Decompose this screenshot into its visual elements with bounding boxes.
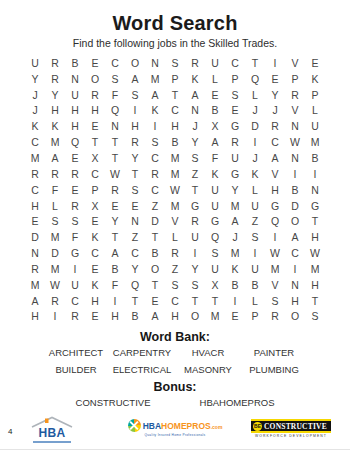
grid-letter[interactable]: R bbox=[105, 182, 125, 198]
grid-letter[interactable]: T bbox=[305, 293, 325, 309]
grid-letter[interactable]: K bbox=[25, 118, 45, 134]
grid-letter[interactable]: N bbox=[125, 213, 145, 229]
grid-letter[interactable]: B bbox=[225, 277, 245, 293]
grid-letter[interactable]: U bbox=[205, 198, 225, 214]
grid-letter[interactable]: U bbox=[25, 55, 45, 71]
grid-letter[interactable]: I bbox=[45, 309, 65, 325]
hbahomepros-text-hba: HBA bbox=[143, 421, 161, 431]
grid-letter[interactable]: R bbox=[45, 166, 65, 182]
grid-letter[interactable]: Z bbox=[125, 229, 145, 245]
grid-letter[interactable]: T bbox=[85, 134, 105, 150]
grid-letter[interactable]: U bbox=[225, 150, 245, 166]
word-bank-word: ARCHITECT bbox=[43, 347, 109, 358]
grid-letter[interactable]: B bbox=[105, 261, 125, 277]
grid-letter[interactable]: M bbox=[45, 134, 65, 150]
hbahomepros-logo: HBAHOMEPROS.com Quality Insured Home Pro… bbox=[127, 419, 223, 437]
grid-letter[interactable]: H bbox=[305, 277, 325, 293]
grid-letter[interactable]: L bbox=[205, 71, 225, 87]
grid-letter[interactable]: C bbox=[165, 103, 185, 119]
grid-letter[interactable]: E bbox=[205, 87, 225, 103]
grid-letter[interactable]: C bbox=[145, 150, 165, 166]
grid-letter[interactable]: B bbox=[285, 182, 305, 198]
beconstructive-subtext: WORKFORCE DEVELOPMENT bbox=[251, 434, 331, 438]
grid-letter[interactable]: U bbox=[65, 87, 85, 103]
grid-letter[interactable]: T bbox=[105, 229, 125, 245]
grid-letter[interactable]: M bbox=[145, 71, 165, 87]
grid-letter[interactable]: O bbox=[145, 261, 165, 277]
grid-letter[interactable]: M bbox=[45, 261, 65, 277]
grid-letter[interactable]: M bbox=[265, 261, 285, 277]
grid-letter[interactable]: R bbox=[165, 245, 185, 261]
grid-letter[interactable]: L bbox=[245, 293, 265, 309]
grid-letter[interactable]: C bbox=[65, 293, 85, 309]
grid-letter[interactable]: X bbox=[85, 198, 105, 214]
grid-letter[interactable]: J bbox=[245, 103, 265, 119]
grid-letter[interactable]: D bbox=[145, 213, 165, 229]
grid-letter[interactable]: L bbox=[45, 198, 65, 214]
grid-letter[interactable]: Z bbox=[245, 213, 265, 229]
grid-letter[interactable]: M bbox=[45, 229, 65, 245]
hbahomepros-text-com: .com bbox=[211, 424, 223, 430]
grid-letter[interactable]: W bbox=[45, 277, 65, 293]
grid-letter[interactable]: S bbox=[185, 277, 205, 293]
grid-letter[interactable]: C bbox=[125, 245, 145, 261]
grid-letter[interactable]: T bbox=[245, 55, 265, 71]
word-bank-word: CARPENTRY bbox=[109, 347, 175, 358]
grid-letter[interactable]: L bbox=[165, 229, 185, 245]
grid-letter[interactable]: R bbox=[85, 87, 105, 103]
grid-letter[interactable]: E bbox=[305, 55, 325, 71]
grid-letter[interactable]: O bbox=[125, 55, 145, 71]
word-bank-word: BUILDER bbox=[43, 364, 109, 375]
grid-letter[interactable]: R bbox=[285, 87, 305, 103]
grid-letter[interactable]: Q bbox=[105, 103, 125, 119]
grid-letter[interactable]: P bbox=[85, 182, 105, 198]
grid-letter[interactable]: K bbox=[225, 261, 245, 277]
grid-letter[interactable]: E bbox=[125, 198, 145, 214]
grid-letter[interactable]: Q bbox=[65, 134, 85, 150]
word-bank-heading: Word Bank: bbox=[0, 330, 350, 344]
grid-letter[interactable]: S bbox=[185, 150, 205, 166]
grid-letter[interactable]: Y bbox=[185, 134, 205, 150]
grid-letter[interactable]: E bbox=[225, 103, 245, 119]
grid-letter[interactable]: R bbox=[65, 309, 85, 325]
grid-letter[interactable]: B bbox=[205, 103, 225, 119]
grid-letter[interactable]: T bbox=[205, 293, 225, 309]
grid-letter[interactable]: Q bbox=[125, 277, 145, 293]
grid-letter[interactable]: J bbox=[245, 150, 265, 166]
word-bank-word: MASONRY bbox=[175, 364, 241, 375]
grid-letter[interactable]: R bbox=[25, 261, 45, 277]
grid-letter[interactable]: R bbox=[265, 118, 285, 134]
grid-letter[interactable]: T bbox=[305, 213, 325, 229]
grid-letter[interactable]: V bbox=[285, 55, 305, 71]
grid-letter[interactable]: I bbox=[285, 261, 305, 277]
grid-letter[interactable]: G bbox=[185, 198, 205, 214]
grid-letter[interactable]: P bbox=[245, 309, 265, 325]
grid-letter[interactable]: Y bbox=[45, 87, 65, 103]
grid-letter[interactable]: R bbox=[65, 198, 85, 214]
grid-letter[interactable]: H bbox=[265, 182, 285, 198]
grid-letter[interactable]: Y bbox=[25, 71, 45, 87]
grid-letter[interactable]: M bbox=[205, 309, 225, 325]
grid-letter[interactable]: P bbox=[285, 71, 305, 87]
grid-letter[interactable]: E bbox=[145, 293, 165, 309]
grid-letter[interactable]: N bbox=[285, 277, 305, 293]
grid-letter[interactable]: A bbox=[105, 245, 125, 261]
grid-letter[interactable]: J bbox=[25, 103, 45, 119]
grid-letter[interactable]: I bbox=[65, 261, 85, 277]
grid-letter[interactable]: C bbox=[85, 245, 105, 261]
grid-letter[interactable]: S bbox=[225, 87, 245, 103]
grid-letter[interactable]: C bbox=[285, 245, 305, 261]
grid-letter[interactable]: B bbox=[65, 55, 85, 71]
grid-letter[interactable]: I bbox=[125, 103, 145, 119]
hbahomepros-text-homepros: HOMEPROS bbox=[161, 421, 211, 431]
grid-letter[interactable]: X bbox=[205, 277, 225, 293]
grid-letter[interactable]: K bbox=[85, 277, 105, 293]
grid-letter[interactable]: A bbox=[265, 150, 285, 166]
word-bank-list: ARCHITECTCARPENTRYHVACRPAINTERBUILDERELE… bbox=[0, 347, 350, 375]
grid-letter[interactable]: I bbox=[265, 55, 285, 71]
grid-letter[interactable]: E bbox=[225, 309, 245, 325]
word-bank-word: PLUMBING bbox=[241, 364, 307, 375]
grid-letter[interactable]: K bbox=[45, 118, 65, 134]
grid-letter[interactable]: D bbox=[45, 245, 65, 261]
grid-letter[interactable]: I bbox=[145, 118, 165, 134]
grid-letter[interactable]: A bbox=[205, 134, 225, 150]
grid-letter[interactable]: X bbox=[85, 150, 105, 166]
grid-letter[interactable]: Z bbox=[165, 261, 185, 277]
grid-letter[interactable]: H bbox=[165, 309, 185, 325]
grid-letter[interactable]: G bbox=[225, 166, 245, 182]
grid-letter[interactable]: U bbox=[245, 261, 265, 277]
page-number: 4 bbox=[8, 427, 12, 436]
grid-letter[interactable]: C bbox=[225, 55, 245, 71]
grid-letter[interactable]: H bbox=[125, 118, 145, 134]
grid-letter[interactable]: X bbox=[205, 118, 225, 134]
grid-letter[interactable]: R bbox=[45, 293, 65, 309]
grid-letter[interactable]: I bbox=[285, 166, 305, 182]
grid-letter[interactable]: T bbox=[125, 166, 145, 182]
beconstructive-text: CONSTRUCTIVE bbox=[264, 422, 327, 431]
grid-letter[interactable]: I bbox=[105, 293, 125, 309]
be-badge-icon: BE bbox=[253, 422, 262, 431]
grid-letter[interactable]: E bbox=[85, 55, 105, 71]
grid-letter[interactable]: Y bbox=[125, 261, 145, 277]
grid-letter[interactable]: A bbox=[225, 213, 245, 229]
grid-letter[interactable]: Y bbox=[185, 261, 205, 277]
grid-letter[interactable]: I bbox=[225, 293, 245, 309]
grid-letter[interactable]: H bbox=[85, 293, 105, 309]
grid-letter[interactable]: T bbox=[185, 293, 205, 309]
grid-letter[interactable]: E bbox=[65, 182, 85, 198]
grid-letter[interactable]: S bbox=[145, 134, 165, 150]
grid-letter[interactable]: K bbox=[205, 166, 225, 182]
grid-letter[interactable]: R bbox=[185, 55, 205, 71]
grid-letter[interactable]: N bbox=[145, 55, 165, 71]
grid-letter[interactable]: A bbox=[125, 71, 145, 87]
hbahomepros-tagline: Quality Insured Home Professionals bbox=[127, 433, 223, 437]
grid-letter[interactable]: J bbox=[225, 229, 245, 245]
grid-letter[interactable]: A bbox=[25, 293, 45, 309]
grid-letter[interactable]: H bbox=[305, 229, 325, 245]
grid-letter[interactable]: C bbox=[105, 55, 125, 71]
hba-logo-tagline-bar bbox=[33, 441, 71, 444]
grid-letter[interactable]: Q bbox=[265, 213, 285, 229]
grid-letter[interactable]: H bbox=[65, 118, 85, 134]
bonus-word-list: CONSTRUCTIVEHBAHOMEPROS bbox=[0, 397, 350, 408]
grid-letter[interactable]: E bbox=[85, 213, 105, 229]
grid-letter[interactable]: U bbox=[185, 229, 205, 245]
grid-letter[interactable]: C bbox=[25, 182, 45, 198]
beconstructive-bar: BE CONSTRUCTIVE bbox=[251, 419, 331, 433]
grid-letter[interactable]: H bbox=[45, 103, 65, 119]
hba-logo-text: HBA bbox=[30, 428, 74, 439]
grid-letter[interactable]: N bbox=[25, 245, 45, 261]
grid-letter[interactable]: M bbox=[165, 166, 185, 182]
grid-letter[interactable]: T bbox=[105, 134, 125, 150]
grid-letter[interactable]: W bbox=[285, 134, 305, 150]
grid-letter[interactable]: M bbox=[25, 150, 45, 166]
grid-letter[interactable]: V bbox=[265, 166, 285, 182]
grid-letter[interactable]: E bbox=[85, 118, 105, 134]
grid-letter[interactable]: Z bbox=[185, 166, 205, 182]
grid-letter[interactable]: B bbox=[305, 150, 325, 166]
grid-letter[interactable]: F bbox=[205, 150, 225, 166]
page-subtitle: Find the following jobs in the Skilled T… bbox=[0, 37, 350, 49]
grid-letter[interactable]: M bbox=[165, 198, 185, 214]
grid-letter[interactable]: G bbox=[65, 245, 85, 261]
grid-letter[interactable]: M bbox=[165, 150, 185, 166]
grid-letter[interactable]: A bbox=[45, 150, 65, 166]
bonus-heading: Bonus: bbox=[0, 380, 350, 394]
grid-letter[interactable]: Y bbox=[265, 87, 285, 103]
grid-letter[interactable]: J bbox=[25, 87, 45, 103]
grid-letter[interactable]: G bbox=[225, 118, 245, 134]
grid-letter[interactable]: I bbox=[305, 166, 325, 182]
grid-letter[interactable]: R bbox=[265, 309, 285, 325]
grid-letter[interactable]: S bbox=[265, 293, 285, 309]
grid-letter[interactable]: Y bbox=[225, 182, 245, 198]
grid-letter[interactable]: T bbox=[145, 229, 165, 245]
grid-letter[interactable]: U bbox=[245, 198, 265, 214]
grid-letter[interactable]: F bbox=[105, 277, 125, 293]
grid-letter[interactable]: K bbox=[305, 71, 325, 87]
grid-letter[interactable]: P bbox=[305, 87, 325, 103]
grid-letter[interactable]: E bbox=[105, 198, 125, 214]
grid-letter[interactable]: I bbox=[265, 229, 285, 245]
grid-letter[interactable]: E bbox=[265, 71, 285, 87]
grid-letter[interactable]: D bbox=[285, 198, 305, 214]
grid-letter[interactable]: M bbox=[305, 261, 325, 277]
grid-letter[interactable]: R bbox=[185, 213, 205, 229]
grid-letter[interactable]: S bbox=[125, 87, 145, 103]
grid-letter[interactable]: U bbox=[205, 261, 225, 277]
grid-letter[interactable]: H bbox=[65, 103, 85, 119]
grid-letter[interactable]: T bbox=[105, 150, 125, 166]
grid-letter[interactable]: C bbox=[165, 293, 185, 309]
grid-letter[interactable]: P bbox=[225, 71, 245, 87]
grid-letter[interactable]: F bbox=[105, 87, 125, 103]
grid-letter[interactable]: P bbox=[165, 71, 185, 87]
grid-letter[interactable]: H bbox=[25, 198, 45, 214]
page-title: Word Search bbox=[0, 12, 350, 35]
grid-letter[interactable]: Q bbox=[245, 71, 265, 87]
grid-letter[interactable]: U bbox=[205, 182, 225, 198]
grid-letter[interactable]: I bbox=[245, 245, 265, 261]
grid-letter[interactable]: S bbox=[245, 229, 265, 245]
grid-letter[interactable]: A bbox=[145, 87, 165, 103]
grid-letter[interactable]: R bbox=[45, 71, 65, 87]
grid-letter[interactable]: R bbox=[145, 166, 165, 182]
grid-letter[interactable]: N bbox=[305, 182, 325, 198]
grid-letter[interactable]: H bbox=[25, 309, 45, 325]
grid-letter[interactable]: K bbox=[85, 229, 105, 245]
grid-letter[interactable]: G bbox=[305, 198, 325, 214]
bonus-word: CONSTRUCTIVE bbox=[51, 397, 175, 408]
grid-letter[interactable]: O bbox=[285, 309, 305, 325]
grid-letter[interactable]: T bbox=[185, 182, 205, 198]
grid-letter[interactable]: S bbox=[305, 309, 325, 325]
grid-letter[interactable]: K bbox=[245, 166, 265, 182]
worksheet-page: Word Search Find the following jobs in t… bbox=[0, 0, 350, 455]
grid-letter[interactable]: R bbox=[125, 134, 145, 150]
hbahomepros-icon bbox=[128, 419, 141, 432]
grid-letter[interactable]: W bbox=[305, 245, 325, 261]
grid-letter[interactable]: C bbox=[85, 166, 105, 182]
grid-letter[interactable]: N bbox=[105, 118, 125, 134]
grid-letter[interactable]: G bbox=[265, 198, 285, 214]
word-bank-word: PAINTER bbox=[241, 347, 307, 358]
grid-letter[interactable]: C bbox=[145, 182, 165, 198]
page-edge-line bbox=[0, 449, 350, 450]
grid-letter[interactable]: L bbox=[245, 182, 265, 198]
hbahomepros-logo-text: HBAHOMEPROS.com bbox=[143, 421, 223, 431]
grid-letter[interactable]: R bbox=[225, 134, 245, 150]
grid-letter[interactable]: H bbox=[165, 118, 185, 134]
grid-letter[interactable]: U bbox=[205, 55, 225, 71]
grid-letter[interactable]: Y bbox=[125, 150, 145, 166]
grid-letter[interactable]: G bbox=[205, 213, 225, 229]
grid-letter[interactable]: S bbox=[165, 55, 185, 71]
beconstructive-logo: BE CONSTRUCTIVE WORKFORCE DEVELOPMENT bbox=[251, 419, 331, 438]
grid-letter[interactable]: C bbox=[265, 134, 285, 150]
grid-letter[interactable]: Q bbox=[205, 229, 225, 245]
grid-letter[interactable]: B bbox=[165, 134, 185, 150]
grid-letter[interactable]: N bbox=[285, 150, 305, 166]
grid-letter[interactable]: S bbox=[205, 245, 225, 261]
grid-letter[interactable]: S bbox=[165, 277, 185, 293]
grid-letter[interactable]: V bbox=[285, 103, 305, 119]
grid-letter[interactable]: S bbox=[125, 182, 145, 198]
grid-letter[interactable]: U bbox=[305, 118, 325, 134]
grid-letter[interactable]: W bbox=[105, 166, 125, 182]
word-search-grid[interactable]: URBECONSRUCTIVEYRNOSAMPKLPQEPKJYURFSATAE… bbox=[0, 55, 350, 324]
grid-letter[interactable]: Y bbox=[105, 213, 125, 229]
grid-letter[interactable]: T bbox=[125, 293, 145, 309]
grid-letter[interactable]: E bbox=[85, 309, 105, 325]
grid-letter[interactable]: B bbox=[125, 309, 145, 325]
grid-letter[interactable]: N bbox=[65, 71, 85, 87]
grid-letter[interactable]: D bbox=[25, 229, 45, 245]
grid-letter[interactable]: V bbox=[165, 213, 185, 229]
grid-letter[interactable]: N bbox=[185, 103, 205, 119]
grid-letter[interactable]: R bbox=[25, 166, 45, 182]
grid-letter[interactable]: D bbox=[245, 118, 265, 134]
grid-letter[interactable]: R bbox=[45, 55, 65, 71]
grid-letter[interactable]: V bbox=[265, 277, 285, 293]
grid-letter[interactable]: M bbox=[225, 245, 245, 261]
grid-letter[interactable]: O bbox=[285, 213, 305, 229]
grid-letter[interactable]: J bbox=[185, 118, 205, 134]
grid-letter[interactable]: W bbox=[165, 182, 185, 198]
grid-letter[interactable]: R bbox=[65, 166, 85, 182]
grid-letter[interactable]: A bbox=[285, 229, 305, 245]
grid-letter[interactable]: W bbox=[265, 245, 285, 261]
grid-letter[interactable]: A bbox=[145, 309, 165, 325]
grid-letter[interactable]: B bbox=[245, 277, 265, 293]
grid-letter[interactable]: A bbox=[185, 87, 205, 103]
grid-letter[interactable]: M bbox=[25, 277, 45, 293]
grid-letter[interactable]: E bbox=[85, 261, 105, 277]
grid-letter[interactable]: O bbox=[85, 71, 105, 87]
grid-letter[interactable]: O bbox=[185, 309, 205, 325]
grid-letter[interactable]: C bbox=[25, 134, 45, 150]
word-bank-word: ELECTRICAL bbox=[109, 364, 175, 375]
grid-letter[interactable]: L bbox=[305, 103, 325, 119]
bonus-word: HBAHOMEPROS bbox=[175, 397, 299, 408]
grid-letter[interactable]: E bbox=[25, 213, 45, 229]
grid-letter[interactable]: H bbox=[105, 309, 125, 325]
grid-letter[interactable]: L bbox=[245, 87, 265, 103]
grid-letter[interactable]: U bbox=[65, 277, 85, 293]
grid-letter[interactable]: T bbox=[145, 277, 165, 293]
hba-logo: HBA bbox=[30, 416, 74, 443]
grid-letter[interactable]: M bbox=[225, 198, 245, 214]
grid-letter[interactable]: I bbox=[245, 134, 265, 150]
grid-letter[interactable]: K bbox=[145, 103, 165, 119]
grid-letter[interactable]: B bbox=[145, 245, 165, 261]
grid-letter[interactable]: S bbox=[105, 71, 125, 87]
grid-letter[interactable]: H bbox=[285, 293, 305, 309]
grid-letter[interactable]: H bbox=[85, 103, 105, 119]
grid-letter[interactable]: J bbox=[265, 103, 285, 119]
grid-letter[interactable]: F bbox=[65, 229, 85, 245]
grid-letter[interactable]: Z bbox=[145, 198, 165, 214]
grid-letter[interactable]: I bbox=[185, 245, 205, 261]
grid-letter[interactable]: S bbox=[65, 213, 85, 229]
grid-letter[interactable]: F bbox=[45, 182, 65, 198]
grid-letter[interactable]: S bbox=[45, 213, 65, 229]
grid-letter[interactable]: M bbox=[305, 134, 325, 150]
grid-letter[interactable]: K bbox=[185, 71, 205, 87]
grid-letter[interactable]: N bbox=[285, 118, 305, 134]
grid-letter[interactable]: E bbox=[65, 150, 85, 166]
grid-letter[interactable]: T bbox=[165, 87, 185, 103]
word-bank-word: HVACR bbox=[175, 347, 241, 358]
